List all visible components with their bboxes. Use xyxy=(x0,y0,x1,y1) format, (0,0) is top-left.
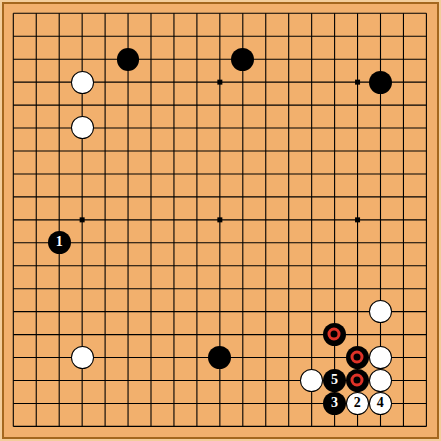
circle-marker-icon xyxy=(351,374,364,387)
white-stone xyxy=(71,346,94,369)
move-number-label: 2 xyxy=(354,396,361,411)
black-stone xyxy=(323,323,346,346)
black-stone xyxy=(369,71,392,94)
circle-marker-icon xyxy=(351,351,364,364)
stone-black-marked[interactable] xyxy=(346,346,369,369)
move-number-label: 1 xyxy=(56,235,63,250)
black-stone: 3 xyxy=(323,392,346,415)
stone-white[interactable] xyxy=(71,346,94,369)
circle-marker-icon xyxy=(328,328,341,341)
white-stone xyxy=(300,369,323,392)
white-stone xyxy=(369,346,392,369)
black-stone xyxy=(208,346,231,369)
black-stone: 5 xyxy=(323,369,346,392)
stone-white[interactable] xyxy=(369,369,392,392)
stone-black-move-3[interactable]: 3 xyxy=(323,392,346,415)
white-stone xyxy=(71,71,94,94)
stone-white-move-4[interactable]: 4 xyxy=(369,392,392,415)
white-stone xyxy=(369,369,392,392)
black-stone xyxy=(117,48,140,71)
stone-white[interactable] xyxy=(71,117,94,140)
white-stone: 4 xyxy=(369,392,392,415)
black-stone xyxy=(346,346,369,369)
white-stone xyxy=(71,116,94,139)
white-stone xyxy=(369,300,392,323)
stone-black[interactable] xyxy=(208,346,231,369)
stone-white[interactable] xyxy=(71,71,94,94)
stone-white-move-2[interactable]: 2 xyxy=(346,392,369,415)
stone-white[interactable] xyxy=(369,300,392,323)
go-board[interactable]: 15324 xyxy=(0,0,441,441)
black-stone xyxy=(231,48,254,71)
white-stone: 2 xyxy=(346,392,369,415)
stones-grid: 15324 xyxy=(2,2,438,438)
stone-black[interactable] xyxy=(369,71,392,94)
black-stone xyxy=(346,369,369,392)
stone-black[interactable] xyxy=(231,48,254,71)
stone-black-marked[interactable] xyxy=(323,323,346,346)
move-number-label: 4 xyxy=(377,396,384,411)
stone-black-marked[interactable] xyxy=(346,369,369,392)
stone-white[interactable] xyxy=(300,369,323,392)
stone-black[interactable] xyxy=(117,48,140,71)
stone-black-move-1[interactable]: 1 xyxy=(48,231,71,254)
move-number-label: 3 xyxy=(331,396,338,411)
move-number-label: 5 xyxy=(331,373,338,388)
stone-black-move-5[interactable]: 5 xyxy=(323,369,346,392)
black-stone: 1 xyxy=(48,231,71,254)
stone-white[interactable] xyxy=(369,346,392,369)
